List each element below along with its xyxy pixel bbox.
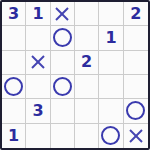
circle-mark — [53, 77, 72, 96]
cell-r6c4[interactable] — [75, 124, 99, 148]
clue-number: 3 — [8, 6, 19, 22]
clue-number: 1 — [8, 128, 19, 144]
circle-mark — [101, 126, 120, 145]
clue-number: 2 — [81, 54, 92, 70]
cell-r2c5: 1 — [99, 26, 123, 50]
puzzle-board: 3121231 — [0, 0, 150, 150]
cross-mark — [31, 55, 45, 69]
cell-r3c5[interactable] — [99, 51, 123, 75]
cell-r4c5[interactable] — [99, 75, 123, 99]
cell-r1c6: 2 — [124, 2, 148, 26]
circle-mark — [4, 77, 23, 96]
clue-number: 1 — [32, 6, 43, 22]
cell-r6c3[interactable] — [51, 124, 75, 148]
circle-mark — [126, 101, 145, 120]
cell-r1c4[interactable] — [75, 2, 99, 26]
cell-r2c3[interactable] — [51, 26, 75, 50]
cell-r5c4[interactable] — [75, 99, 99, 123]
cross-mark — [55, 7, 69, 21]
cell-r2c6[interactable] — [124, 26, 148, 50]
cell-r1c3[interactable] — [51, 2, 75, 26]
cell-r4c1[interactable] — [2, 75, 26, 99]
cell-r2c1[interactable] — [2, 26, 26, 50]
cell-r3c6[interactable] — [124, 51, 148, 75]
clue-number: 1 — [105, 30, 116, 46]
cell-r4c2[interactable] — [26, 75, 50, 99]
cell-r5c6[interactable] — [124, 99, 148, 123]
cell-r5c5[interactable] — [99, 99, 123, 123]
cell-r1c5[interactable] — [99, 2, 123, 26]
cell-r6c5[interactable] — [99, 124, 123, 148]
cell-r2c2[interactable] — [26, 26, 50, 50]
cell-r1c1: 3 — [2, 2, 26, 26]
cell-r3c2[interactable] — [26, 51, 50, 75]
cell-r3c1[interactable] — [2, 51, 26, 75]
cell-r5c3[interactable] — [51, 99, 75, 123]
clue-number: 2 — [130, 6, 141, 22]
cell-r2c4[interactable] — [75, 26, 99, 50]
cell-r3c3[interactable] — [51, 51, 75, 75]
cell-r5c1[interactable] — [2, 99, 26, 123]
cell-r4c6[interactable] — [124, 75, 148, 99]
cell-r6c6[interactable] — [124, 124, 148, 148]
cross-mark — [129, 129, 143, 143]
cell-r4c3[interactable] — [51, 75, 75, 99]
cell-r6c1: 1 — [2, 124, 26, 148]
cell-r3c4: 2 — [75, 51, 99, 75]
cell-r1c2: 1 — [26, 2, 50, 26]
cell-r5c2: 3 — [26, 99, 50, 123]
cell-r4c4[interactable] — [75, 75, 99, 99]
cell-r6c2[interactable] — [26, 124, 50, 148]
circle-mark — [53, 28, 72, 47]
clue-number: 3 — [32, 103, 43, 119]
